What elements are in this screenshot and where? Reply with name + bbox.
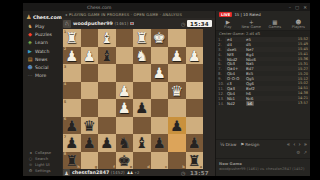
learn-icon: ◈ xyxy=(27,40,33,45)
black-king[interactable]: ♚ xyxy=(116,152,134,170)
black-bishop[interactable]: ♝ xyxy=(133,134,151,152)
square-b3[interactable] xyxy=(168,64,186,82)
games-icon: ▦ xyxy=(272,19,277,25)
white-pawn[interactable]: ♟ xyxy=(116,82,134,100)
black-rook[interactable]: ♜ xyxy=(63,152,81,170)
player-clock-wrap: ◷ 13:57 xyxy=(181,169,212,176)
square-d6[interactable] xyxy=(133,117,151,135)
square-d4[interactable] xyxy=(133,82,151,100)
square-b1[interactable] xyxy=(168,29,186,47)
new-game-icon: + xyxy=(249,19,254,25)
resign-flag-icon: ⚑ xyxy=(240,142,244,147)
square-g6[interactable]: ♛ xyxy=(81,117,99,135)
chesscom-logo[interactable]: ♟ Chess.com xyxy=(23,11,62,22)
rank-label: 3 xyxy=(64,65,67,69)
square-e7[interactable]: ♞ xyxy=(116,134,134,152)
square-f4[interactable] xyxy=(98,82,116,100)
square-h1[interactable]: 1♜ xyxy=(63,29,81,47)
window-control-button[interactable]: ▢ xyxy=(295,5,299,10)
square-g4[interactable] xyxy=(81,82,99,100)
square-b2[interactable]: ♟ xyxy=(168,47,186,65)
notice-text: PLAYING GAME IN PROGRESS · OPEN GAME · A… xyxy=(69,12,182,17)
news-icon: ▤ xyxy=(27,57,33,62)
watch-icon: ▶ xyxy=(27,49,33,54)
black-queen[interactable]: ♛ xyxy=(81,117,99,135)
move-time: 15:02 xyxy=(263,81,310,85)
square-f6[interactable] xyxy=(98,117,116,135)
logo-text: Chess.com xyxy=(33,15,62,20)
next-move-button[interactable]: › xyxy=(298,139,300,149)
expand-icon[interactable]: ↗ xyxy=(303,150,307,155)
light-ui-icon: ☼ xyxy=(28,162,33,167)
sidebar-footer: ◂Collapse○Search☼Light UI⚙Settings xyxy=(23,150,62,173)
square-g1[interactable] xyxy=(81,29,99,47)
square-c3[interactable]: ♟ xyxy=(151,64,169,82)
move-time: 15:27 xyxy=(263,67,310,71)
white-pawn[interactable]: ♟ xyxy=(151,64,169,82)
square-a2[interactable]: ♟ xyxy=(186,47,204,65)
white-pawn[interactable]: ♟ xyxy=(168,47,186,65)
more-icon: ⋯ xyxy=(27,73,33,78)
square-c1[interactable]: ♚ xyxy=(151,29,169,47)
sidebar-nav: ♞Play◆Puzzles◈Learn▶Watch▤News☻Social⋯Mo… xyxy=(23,22,62,80)
pawn-logo-icon: ♟ xyxy=(26,14,31,20)
black-pawn[interactable]: ♟ xyxy=(63,134,81,152)
black-pawn[interactable]: ♟ xyxy=(186,134,204,152)
square-a7[interactable]: ♟ xyxy=(186,134,204,152)
sidebar-item-more[interactable]: ⋯More xyxy=(23,72,62,80)
opponent-name[interactable]: woodpusher99 xyxy=(73,21,113,26)
sidebar-item-puzzles[interactable]: ◆Puzzles xyxy=(23,30,62,38)
sidebar-item-news[interactable]: ▤News xyxy=(23,55,62,63)
square-e2[interactable] xyxy=(116,47,134,65)
clock-icon: ◷ xyxy=(181,21,185,27)
black-pawn[interactable]: ♟ xyxy=(81,134,99,152)
rank-label: 5 xyxy=(64,100,67,104)
player-name[interactable]: chessfan2847 xyxy=(72,170,109,175)
black-pawn[interactable]: ♟ xyxy=(151,134,169,152)
square-a1[interactable] xyxy=(186,29,204,47)
move-time: 15:45 xyxy=(263,47,310,51)
black-rook[interactable]: ♜ xyxy=(186,152,204,170)
black-pawn[interactable]: ♟ xyxy=(168,117,186,135)
game-panel: LIVE 15 | 10 Rated ▶Play+New Game▦Games☻… xyxy=(215,11,310,176)
last-move-button[interactable]: » xyxy=(304,139,307,149)
square-b7[interactable] xyxy=(168,134,186,152)
square-d7[interactable]: ♝ xyxy=(133,134,151,152)
square-f2[interactable]: ♝ xyxy=(98,47,116,65)
white-rook[interactable]: ♜ xyxy=(63,29,81,47)
square-d8[interactable]: d xyxy=(133,152,151,170)
black-bishop[interactable]: ♝ xyxy=(98,47,116,65)
square-c6[interactable] xyxy=(151,117,169,135)
square-g7[interactable]: ♟ xyxy=(81,134,99,152)
square-h2[interactable]: 2♟ xyxy=(63,47,81,65)
square-g2[interactable]: ♟ xyxy=(81,47,99,65)
square-a3[interactable] xyxy=(186,64,204,82)
square-c8[interactable]: c xyxy=(151,152,169,170)
players-icon: ☻ xyxy=(295,19,301,25)
opponent-player-bar: ♘ woodpusher99 (1461) ◷ 15:34 xyxy=(63,18,214,29)
first-move-button[interactable]: « xyxy=(287,139,290,149)
player-bar: ♟ chessfan2847 (1452) ♟♟ +2 ◷ 13:57 xyxy=(63,169,214,176)
tab-players[interactable]: ☻Players xyxy=(287,18,311,30)
white-king[interactable]: ♚ xyxy=(151,29,169,47)
play-icon: ▶ xyxy=(226,19,230,25)
sidebar-footer-settings[interactable]: ⚙Settings xyxy=(23,167,62,173)
square-g8[interactable]: g xyxy=(81,152,99,170)
sidebar: ♟ Chess.com ♞Play◆Puzzles◈Learn▶Watch▤Ne… xyxy=(23,11,62,176)
title-bar: Chess.com –▢✕ xyxy=(23,3,310,11)
time-control-label: 15 | 10 Rated xyxy=(234,12,260,17)
square-g5[interactable] xyxy=(81,99,99,117)
window-controls: –▢✕ xyxy=(289,3,307,11)
square-f1[interactable]: ♝ xyxy=(98,29,116,47)
square-f3[interactable] xyxy=(98,64,116,82)
social-icon: ☻ xyxy=(27,65,33,70)
tab-games[interactable]: ▦Games xyxy=(263,18,287,30)
move-time: 15:31 xyxy=(263,62,310,66)
chat-players-line: woodpusher99 (1461) vs. chessfan2847 (14… xyxy=(219,167,308,171)
opponent-avatar[interactable]: ♘ xyxy=(63,20,71,28)
black-pawn[interactable]: ♟ xyxy=(98,134,116,152)
white-move[interactable]: Nd2 xyxy=(225,101,244,106)
captured-pawn-icons: ♟♟ xyxy=(127,170,133,175)
white-pawn[interactable]: ♟ xyxy=(81,47,99,65)
settings-gear-icon[interactable]: ⚙ xyxy=(296,150,300,155)
square-e5[interactable]: ♟ xyxy=(116,99,134,117)
white-rook[interactable]: ♜ xyxy=(133,29,151,47)
move-time: 15:41 xyxy=(263,52,310,56)
square-h7[interactable]: 7♟ xyxy=(63,134,81,152)
search-icon: ○ xyxy=(28,156,33,161)
black-pawn[interactable]: ♟ xyxy=(133,99,151,117)
square-b5[interactable] xyxy=(168,99,186,117)
square-c4[interactable] xyxy=(151,82,169,100)
square-h6[interactable]: 6♟ xyxy=(63,117,81,135)
back-arrow-icon[interactable]: ◂ xyxy=(65,12,67,17)
square-a5[interactable] xyxy=(186,99,204,117)
settings-icon: ⚙ xyxy=(28,168,33,173)
panel-top-line: LIVE 15 | 10 Rated xyxy=(216,11,310,18)
square-c7[interactable]: ♟ xyxy=(151,134,169,152)
play-icon: ♞ xyxy=(27,24,33,29)
square-e6[interactable] xyxy=(116,117,134,135)
square-e4[interactable]: ♟ xyxy=(116,82,134,100)
resign-button[interactable]: ⚑ Resign xyxy=(240,142,259,147)
draw-button[interactable]: ½ Draw xyxy=(220,142,236,147)
white-pawn[interactable]: ♟ xyxy=(63,47,81,65)
move-time: 13:57 xyxy=(263,101,310,105)
app-window: Chess.com –▢✕ ♟ Chess.com ♞Play◆Puzzles◈… xyxy=(23,3,310,176)
move-time: 15:52 xyxy=(263,37,310,41)
square-e1[interactable] xyxy=(116,29,134,47)
square-a4[interactable] xyxy=(186,82,204,100)
sidebar-item-social[interactable]: ☻Social xyxy=(23,63,62,71)
move-list: 1.e4e515:522.d4d515:493.dxe5Ne715:454.Nf… xyxy=(216,37,310,105)
chat-header: New Game xyxy=(219,161,308,166)
opponent-clock: 15:34 xyxy=(187,20,212,27)
player-rating: (1452) xyxy=(111,170,125,175)
board-column: ◂ PLAYING GAME IN PROGRESS · OPEN GAME ·… xyxy=(62,11,215,176)
black-pawn[interactable]: ♟ xyxy=(63,117,81,135)
clock-icon: ◷ xyxy=(181,170,185,176)
panel-util-icons: ⚙↗ xyxy=(296,150,307,155)
white-queen[interactable]: ♛ xyxy=(168,82,186,100)
draw-icon: ½ xyxy=(220,142,224,147)
opponent-flag-icon xyxy=(130,22,134,25)
opponent-clock-wrap: ◷ 15:34 xyxy=(181,20,212,27)
square-e3[interactable] xyxy=(116,64,134,82)
move-time: 15:20 xyxy=(263,72,310,76)
window-control-button[interactable]: – xyxy=(289,5,291,10)
move-time: 15:49 xyxy=(263,42,310,46)
square-a6[interactable] xyxy=(186,117,204,135)
live-badge: LIVE xyxy=(219,12,232,18)
move-time: 15:12 xyxy=(263,77,310,81)
square-b6[interactable]: ♟ xyxy=(168,117,186,135)
white-pawn[interactable]: ♟ xyxy=(116,99,134,117)
player-avatar[interactable]: ♟ xyxy=(63,169,70,176)
square-a8[interactable]: a♜ xyxy=(186,152,204,170)
move-time: 15:36 xyxy=(263,57,310,61)
collapse-icon: ◂ xyxy=(28,150,33,155)
window-control-button[interactable]: ✕ xyxy=(303,5,307,10)
square-f7[interactable]: ♟ xyxy=(98,134,116,152)
screenshot-stage: Chess.com –▢✕ ♟ Chess.com ♞Play◆Puzzles◈… xyxy=(0,0,320,180)
move-time: 14:51 xyxy=(263,86,310,90)
square-h8[interactable]: 8h♜ xyxy=(63,152,81,170)
tab-play[interactable]: ▶Play xyxy=(216,18,240,30)
window-content: ♟ Chess.com ♞Play◆Puzzles◈Learn▶Watch▤Ne… xyxy=(23,11,310,176)
square-b4[interactable]: ♛ xyxy=(168,82,186,100)
opponent-rating: (1461) xyxy=(114,21,128,26)
square-d3[interactable] xyxy=(133,64,151,82)
material-advantage: +2 xyxy=(134,170,140,175)
square-h3[interactable]: 3 xyxy=(63,64,81,82)
black-knight[interactable]: ♞ xyxy=(116,134,134,152)
square-h4[interactable]: 4 xyxy=(63,82,81,100)
game-notice-bar[interactable]: ◂ PLAYING GAME IN PROGRESS · OPEN GAME ·… xyxy=(62,11,215,18)
prev-move-button[interactable]: ‹ xyxy=(293,139,295,149)
square-g3[interactable] xyxy=(81,64,99,82)
square-b8[interactable]: b xyxy=(168,152,186,170)
move-time: 14:38 xyxy=(263,91,310,95)
captured-pieces: ♟♟ +2 xyxy=(127,170,140,175)
panel-tabs: ▶Play+New Game▦Games☻Players xyxy=(216,18,310,31)
puzzles-icon: ◆ xyxy=(27,32,33,37)
chat-area[interactable]: New Game woodpusher99 (1461) vs. chessfa… xyxy=(216,158,310,176)
player-clock: 13:57 xyxy=(187,169,212,176)
square-d2[interactable]: ♞ xyxy=(133,47,151,65)
square-c5[interactable] xyxy=(151,99,169,117)
move-row: 14.Nd2b613:57 xyxy=(216,101,310,106)
square-h5[interactable]: 5 xyxy=(63,99,81,117)
rank-label: 4 xyxy=(64,82,67,86)
square-e8[interactable]: e♚ xyxy=(116,152,134,170)
square-f5[interactable] xyxy=(98,99,116,117)
window-title: Chess.com xyxy=(87,5,112,10)
white-pawn[interactable]: ♟ xyxy=(186,47,204,65)
sidebar-item-play[interactable]: ♞Play xyxy=(23,22,62,30)
chess-board[interactable]: 1♜♝♜♚2♟♟♝♞♟♟3♟4♟♛5♟♟6♟♛♟7♟♟♟♞♝♟♟8h♜gfe♚d… xyxy=(63,29,203,169)
move-nav-buttons: «‹›» xyxy=(287,139,307,149)
square-d1[interactable]: ♜ xyxy=(133,29,151,47)
square-d5[interactable]: ♟ xyxy=(133,99,151,117)
sidebar-item-learn[interactable]: ◈Learn xyxy=(23,39,62,47)
white-bishop[interactable]: ♝ xyxy=(98,29,116,47)
black-move[interactable]: b6 xyxy=(244,101,263,106)
move-time: 14:21 xyxy=(263,96,310,100)
square-f8[interactable]: f xyxy=(98,152,116,170)
square-c2[interactable] xyxy=(151,47,169,65)
sidebar-item-watch[interactable]: ▶Watch xyxy=(23,47,62,55)
tab-new-game[interactable]: +New Game xyxy=(240,18,264,30)
white-knight[interactable]: ♞ xyxy=(133,47,151,65)
